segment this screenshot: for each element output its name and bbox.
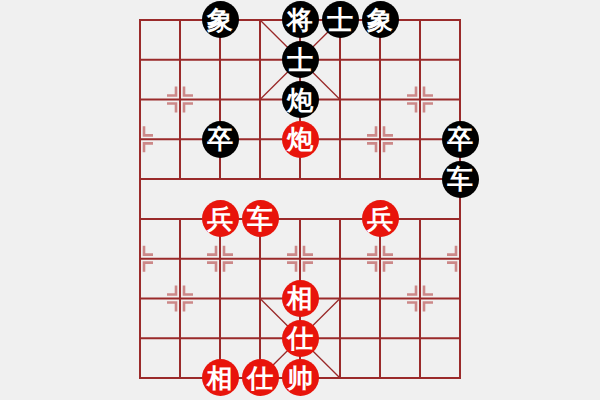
- board-point[interactable]: [240, 80, 280, 120]
- board-point[interactable]: [120, 119, 160, 159]
- board-point[interactable]: [240, 318, 280, 358]
- board-point[interactable]: 炮: [280, 119, 320, 159]
- board-point[interactable]: [120, 80, 160, 120]
- board-point[interactable]: [400, 0, 440, 40]
- board-point[interactable]: [240, 239, 280, 279]
- piece-black-elephant[interactable]: 象: [362, 1, 399, 38]
- board-point[interactable]: [280, 199, 320, 239]
- board-point[interactable]: [360, 40, 400, 80]
- board-point[interactable]: [160, 0, 200, 40]
- board-point[interactable]: [280, 239, 320, 279]
- board-point[interactable]: [200, 40, 240, 80]
- board-point[interactable]: 将: [280, 0, 320, 40]
- board-point[interactable]: [360, 318, 400, 358]
- board-point[interactable]: [240, 278, 280, 318]
- board-point[interactable]: [440, 40, 480, 80]
- piece-red-soldier[interactable]: 兵: [362, 200, 399, 237]
- board-point[interactable]: [360, 159, 400, 199]
- board-point[interactable]: 卒: [440, 119, 480, 159]
- board-point[interactable]: 炮: [280, 80, 320, 120]
- board-point[interactable]: [320, 119, 360, 159]
- board-point[interactable]: 象: [360, 0, 400, 40]
- board-point[interactable]: [200, 80, 240, 120]
- board-point[interactable]: [400, 119, 440, 159]
- board-point[interactable]: [160, 278, 200, 318]
- board-point[interactable]: 相: [200, 358, 240, 398]
- board-point[interactable]: [320, 239, 360, 279]
- board-point[interactable]: [320, 278, 360, 318]
- piece-red-general[interactable]: 帅: [282, 359, 319, 396]
- board-point[interactable]: [240, 0, 280, 40]
- board-point[interactable]: [440, 358, 480, 398]
- board-point[interactable]: [400, 278, 440, 318]
- piece-black-advisor[interactable]: 士: [282, 41, 319, 78]
- board-point[interactable]: [120, 0, 160, 40]
- board-point[interactable]: [120, 199, 160, 239]
- board-point[interactable]: [360, 80, 400, 120]
- piece-red-advisor[interactable]: 仕: [282, 320, 319, 357]
- board-point[interactable]: [200, 159, 240, 199]
- piece-black-general[interactable]: 将: [282, 1, 319, 38]
- board-point[interactable]: 仕: [240, 358, 280, 398]
- piece-black-soldier[interactable]: 卒: [442, 121, 479, 158]
- board-point[interactable]: [440, 80, 480, 120]
- board-point[interactable]: [200, 278, 240, 318]
- board-point[interactable]: [400, 318, 440, 358]
- piece-black-soldier[interactable]: 卒: [202, 121, 239, 158]
- board-point[interactable]: [160, 159, 200, 199]
- piece-black-advisor[interactable]: 士: [322, 1, 359, 38]
- board-point[interactable]: 兵: [360, 199, 400, 239]
- board-point[interactable]: [160, 40, 200, 80]
- board-point[interactable]: 相: [280, 278, 320, 318]
- board-point[interactable]: [440, 239, 480, 279]
- board-point[interactable]: [440, 0, 480, 40]
- board-point[interactable]: [160, 239, 200, 279]
- piece-red-elephant[interactable]: 相: [282, 280, 319, 317]
- piece-red-chariot[interactable]: 车: [242, 200, 279, 237]
- board-point[interactable]: [240, 40, 280, 80]
- board-point[interactable]: [240, 119, 280, 159]
- board-point[interactable]: [360, 278, 400, 318]
- board-point[interactable]: [400, 40, 440, 80]
- board-point[interactable]: [160, 119, 200, 159]
- board-point[interactable]: 象: [200, 0, 240, 40]
- board-point[interactable]: [320, 159, 360, 199]
- board-point[interactable]: 仕: [280, 318, 320, 358]
- xiangqi-board: 象将士象士炮卒炮卒车兵车兵相仕相仕帅: [0, 0, 600, 400]
- board-point[interactable]: [160, 318, 200, 358]
- board-point[interactable]: [440, 318, 480, 358]
- board-point[interactable]: 士: [320, 0, 360, 40]
- piece-red-cannon[interactable]: 炮: [282, 121, 319, 158]
- board-point[interactable]: 帅: [280, 358, 320, 398]
- board-point[interactable]: [240, 159, 280, 199]
- board-point[interactable]: [160, 358, 200, 398]
- board-point[interactable]: [440, 199, 480, 239]
- piece-red-elephant[interactable]: 相: [202, 359, 239, 396]
- board-point[interactable]: 车: [440, 159, 480, 199]
- piece-black-chariot[interactable]: 车: [442, 161, 479, 198]
- board-point[interactable]: [120, 239, 160, 279]
- board-point[interactable]: [400, 159, 440, 199]
- board-point[interactable]: 卒: [200, 119, 240, 159]
- board-point[interactable]: [320, 199, 360, 239]
- board-point[interactable]: [320, 358, 360, 398]
- board-point[interactable]: [320, 80, 360, 120]
- piece-black-elephant[interactable]: 象: [202, 1, 239, 38]
- board-point[interactable]: [280, 159, 320, 199]
- board-point[interactable]: 车: [240, 199, 280, 239]
- board-point[interactable]: [120, 358, 160, 398]
- board-point[interactable]: [400, 199, 440, 239]
- board-point[interactable]: [320, 40, 360, 80]
- board-point[interactable]: [160, 80, 200, 120]
- board-point[interactable]: [360, 358, 400, 398]
- board-point[interactable]: [120, 159, 160, 199]
- board-point[interactable]: [120, 278, 160, 318]
- board-point[interactable]: [160, 199, 200, 239]
- piece-red-soldier[interactable]: 兵: [202, 200, 239, 237]
- board-point[interactable]: [200, 318, 240, 358]
- piece-black-cannon[interactable]: 炮: [282, 81, 319, 118]
- board-point[interactable]: [440, 278, 480, 318]
- board-point[interactable]: [400, 80, 440, 120]
- piece-red-advisor[interactable]: 仕: [242, 359, 279, 396]
- board-point[interactable]: [120, 40, 160, 80]
- board-point[interactable]: [120, 318, 160, 358]
- board-point[interactable]: [360, 239, 400, 279]
- board-point[interactable]: [320, 318, 360, 358]
- board-point[interactable]: 兵: [200, 199, 240, 239]
- board-point[interactable]: [400, 358, 440, 398]
- board-point[interactable]: [400, 239, 440, 279]
- board-point[interactable]: 士: [280, 40, 320, 80]
- board-point[interactable]: [360, 119, 400, 159]
- pieces-grid: 象将士象士炮卒炮卒车兵车兵相仕相仕帅: [120, 0, 480, 398]
- board-point[interactable]: [200, 239, 240, 279]
